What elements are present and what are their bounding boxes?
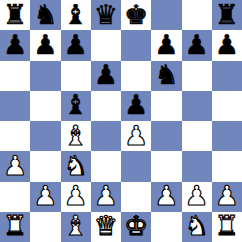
black-pawn-piece[interactable]: ♟ xyxy=(215,31,239,58)
square-d5[interactable] xyxy=(91,91,121,121)
white-pawn-piece[interactable]: ♟ xyxy=(124,122,148,149)
square-h8[interactable]: ♜ xyxy=(212,0,242,30)
square-a5[interactable] xyxy=(0,91,30,121)
square-d2[interactable]: ♟ xyxy=(91,182,121,212)
square-g1[interactable]: ♞ xyxy=(182,212,212,242)
square-f6[interactable]: ♞ xyxy=(151,61,181,91)
white-queen-piece[interactable]: ♛ xyxy=(94,212,118,239)
square-c5[interactable]: ♝ xyxy=(61,91,91,121)
square-g2[interactable]: ♟ xyxy=(182,182,212,212)
square-g3[interactable] xyxy=(182,151,212,181)
square-b5[interactable] xyxy=(30,91,60,121)
chess-board: ♜♞♝♛♚♜♟♟♟♟♟♟♟♞♝♟♝♟♟♞♟♟♟♟♟♟♜♝♛♚♞♜ xyxy=(0,0,242,242)
black-pawn-piece[interactable]: ♟ xyxy=(124,91,148,118)
black-pawn-piece[interactable]: ♟ xyxy=(33,31,57,58)
black-queen-piece[interactable]: ♛ xyxy=(94,1,118,28)
square-h5[interactable] xyxy=(212,91,242,121)
white-pawn-piece[interactable]: ♟ xyxy=(3,152,27,179)
square-f3[interactable] xyxy=(151,151,181,181)
black-pawn-piece[interactable]: ♟ xyxy=(64,31,88,58)
square-c7[interactable]: ♟ xyxy=(61,30,91,60)
square-f2[interactable]: ♟ xyxy=(151,182,181,212)
square-c4[interactable]: ♝ xyxy=(61,121,91,151)
square-b2[interactable]: ♟ xyxy=(30,182,60,212)
square-c3[interactable]: ♞ xyxy=(61,151,91,181)
square-d4[interactable] xyxy=(91,121,121,151)
square-e3[interactable] xyxy=(121,151,151,181)
white-king-piece[interactable]: ♚ xyxy=(124,212,148,239)
black-king-piece[interactable]: ♚ xyxy=(124,1,148,28)
white-knight-piece[interactable]: ♞ xyxy=(185,212,209,239)
square-h6[interactable] xyxy=(212,61,242,91)
square-d7[interactable] xyxy=(91,30,121,60)
square-c8[interactable]: ♝ xyxy=(61,0,91,30)
square-h7[interactable]: ♟ xyxy=(212,30,242,60)
square-h4[interactable] xyxy=(212,121,242,151)
square-b4[interactable] xyxy=(30,121,60,151)
square-c2[interactable]: ♟ xyxy=(61,182,91,212)
black-knight-piece[interactable]: ♞ xyxy=(154,61,178,88)
square-f7[interactable]: ♟ xyxy=(151,30,181,60)
square-e5[interactable]: ♟ xyxy=(121,91,151,121)
square-b7[interactable]: ♟ xyxy=(30,30,60,60)
white-knight-piece[interactable]: ♞ xyxy=(64,152,88,179)
square-a2[interactable] xyxy=(0,182,30,212)
square-h2[interactable]: ♟ xyxy=(212,182,242,212)
square-g4[interactable] xyxy=(182,121,212,151)
square-a6[interactable] xyxy=(0,61,30,91)
square-c6[interactable] xyxy=(61,61,91,91)
black-knight-piece[interactable]: ♞ xyxy=(33,1,57,28)
black-pawn-piece[interactable]: ♟ xyxy=(185,31,209,58)
square-e2[interactable] xyxy=(121,182,151,212)
black-rook-piece[interactable]: ♜ xyxy=(215,1,239,28)
square-f1[interactable] xyxy=(151,212,181,242)
square-d8[interactable]: ♛ xyxy=(91,0,121,30)
white-pawn-piece[interactable]: ♟ xyxy=(64,182,88,209)
square-h1[interactable]: ♜ xyxy=(212,212,242,242)
square-b1[interactable] xyxy=(30,212,60,242)
black-bishop-piece[interactable]: ♝ xyxy=(64,91,88,118)
square-b3[interactable] xyxy=(30,151,60,181)
square-g8[interactable] xyxy=(182,0,212,30)
square-a1[interactable]: ♜ xyxy=(0,212,30,242)
square-e1[interactable]: ♚ xyxy=(121,212,151,242)
square-g5[interactable] xyxy=(182,91,212,121)
white-rook-piece[interactable]: ♜ xyxy=(215,212,239,239)
square-e4[interactable]: ♟ xyxy=(121,121,151,151)
square-f8[interactable] xyxy=(151,0,181,30)
black-bishop-piece[interactable]: ♝ xyxy=(64,1,88,28)
square-e7[interactable] xyxy=(121,30,151,60)
square-e6[interactable] xyxy=(121,61,151,91)
square-g7[interactable]: ♟ xyxy=(182,30,212,60)
white-pawn-piece[interactable]: ♟ xyxy=(154,182,178,209)
black-pawn-piece[interactable]: ♟ xyxy=(94,61,118,88)
square-g6[interactable] xyxy=(182,61,212,91)
black-rook-piece[interactable]: ♜ xyxy=(3,1,27,28)
square-h3[interactable] xyxy=(212,151,242,181)
white-pawn-piece[interactable]: ♟ xyxy=(94,182,118,209)
square-f5[interactable] xyxy=(151,91,181,121)
black-pawn-piece[interactable]: ♟ xyxy=(154,31,178,58)
white-pawn-piece[interactable]: ♟ xyxy=(215,182,239,209)
square-a3[interactable]: ♟ xyxy=(0,151,30,181)
square-d3[interactable] xyxy=(91,151,121,181)
square-d1[interactable]: ♛ xyxy=(91,212,121,242)
square-f4[interactable] xyxy=(151,121,181,151)
black-pawn-piece[interactable]: ♟ xyxy=(3,31,27,58)
white-pawn-piece[interactable]: ♟ xyxy=(33,182,57,209)
white-pawn-piece[interactable]: ♟ xyxy=(185,182,209,209)
square-d6[interactable]: ♟ xyxy=(91,61,121,91)
white-rook-piece[interactable]: ♜ xyxy=(3,212,27,239)
square-a7[interactable]: ♟ xyxy=(0,30,30,60)
square-a8[interactable]: ♜ xyxy=(0,0,30,30)
square-e8[interactable]: ♚ xyxy=(121,0,151,30)
white-bishop-piece[interactable]: ♝ xyxy=(64,212,88,239)
square-c1[interactable]: ♝ xyxy=(61,212,91,242)
square-b6[interactable] xyxy=(30,61,60,91)
square-b8[interactable]: ♞ xyxy=(30,0,60,30)
white-bishop-piece[interactable]: ♝ xyxy=(64,122,88,149)
chess-app: ♜♞♝♛♚♜♟♟♟♟♟♟♟♞♝♟♝♟♟♞♟♟♟♟♟♟♜♝♛♚♞♜ xyxy=(0,0,242,242)
square-a4[interactable] xyxy=(0,121,30,151)
